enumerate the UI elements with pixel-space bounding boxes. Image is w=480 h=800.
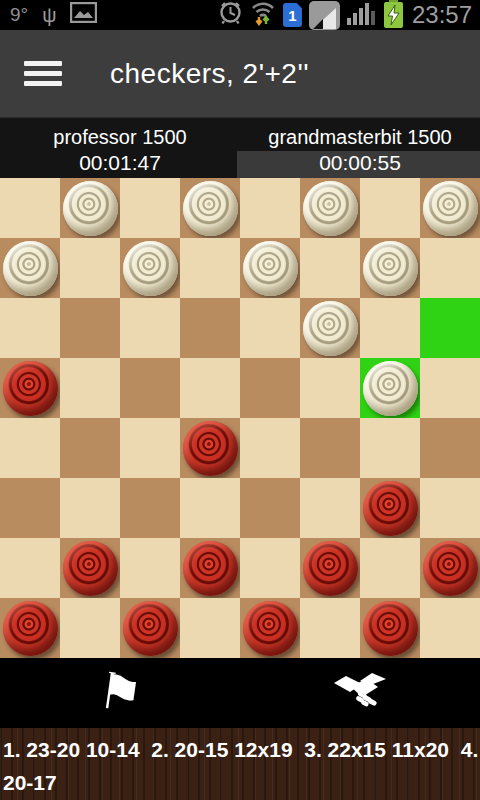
red-checker-piece[interactable] bbox=[423, 541, 478, 596]
square-r5c6[interactable] bbox=[360, 478, 420, 538]
red-checker-piece[interactable] bbox=[3, 361, 58, 416]
white-checker-piece[interactable] bbox=[303, 181, 358, 236]
signal-bars-icon bbox=[347, 1, 375, 30]
square-r5c1[interactable] bbox=[60, 478, 120, 538]
square-r5c0[interactable] bbox=[0, 478, 60, 538]
move-list-line2: 20-17 bbox=[3, 771, 57, 794]
square-r2c4[interactable] bbox=[240, 298, 300, 358]
square-r4c3[interactable] bbox=[180, 418, 240, 478]
square-r7c3[interactable] bbox=[180, 598, 240, 658]
red-checker-piece[interactable] bbox=[303, 541, 358, 596]
mobile-data-icon bbox=[309, 1, 340, 30]
square-r5c5[interactable] bbox=[300, 478, 360, 538]
gallery-icon bbox=[70, 2, 97, 28]
square-r3c6[interactable] bbox=[360, 358, 420, 418]
square-r6c4[interactable] bbox=[240, 538, 300, 598]
red-checker-piece[interactable] bbox=[183, 421, 238, 476]
white-checker-piece[interactable] bbox=[123, 241, 178, 296]
square-r2c7[interactable] bbox=[420, 298, 480, 358]
square-r5c3[interactable] bbox=[180, 478, 240, 538]
square-r0c6[interactable] bbox=[360, 178, 420, 238]
square-r5c4[interactable] bbox=[240, 478, 300, 538]
phone-screen: 9° ψ bbox=[0, 0, 480, 800]
square-r1c0[interactable] bbox=[0, 238, 60, 298]
player-right-clock: 00:00:55 bbox=[240, 149, 480, 176]
temperature-label: 9° bbox=[10, 4, 28, 26]
square-r7c2[interactable] bbox=[120, 598, 180, 658]
menu-button[interactable] bbox=[24, 61, 62, 86]
red-checker-piece[interactable] bbox=[363, 601, 418, 656]
square-r4c7[interactable] bbox=[420, 418, 480, 478]
white-checker-piece[interactable] bbox=[63, 181, 118, 236]
app-bar: checkers, 2'+2'' bbox=[0, 30, 480, 118]
square-r4c0[interactable] bbox=[0, 418, 60, 478]
square-r3c7[interactable] bbox=[420, 358, 480, 418]
square-r2c5[interactable] bbox=[300, 298, 360, 358]
square-r0c4[interactable] bbox=[240, 178, 300, 238]
square-r5c7[interactable] bbox=[420, 478, 480, 538]
square-r6c5[interactable] bbox=[300, 538, 360, 598]
square-r6c3[interactable] bbox=[180, 538, 240, 598]
square-r1c4[interactable] bbox=[240, 238, 300, 298]
board bbox=[0, 178, 480, 658]
square-r3c4[interactable] bbox=[240, 358, 300, 418]
white-checker-piece[interactable] bbox=[183, 181, 238, 236]
player-left-clock: 00:01:47 bbox=[0, 149, 240, 176]
white-checker-piece[interactable] bbox=[243, 241, 298, 296]
square-r4c6[interactable] bbox=[360, 418, 420, 478]
square-r0c3[interactable] bbox=[180, 178, 240, 238]
usb-icon: ψ bbox=[42, 5, 56, 25]
move-list[interactable]: 1. 23-20 10-14 2. 20-15 12x19 3. 22x15 1… bbox=[0, 728, 480, 800]
red-checker-piece[interactable] bbox=[123, 601, 178, 656]
square-r1c6[interactable] bbox=[360, 238, 420, 298]
alarm-clock-icon bbox=[218, 0, 243, 30]
square-r3c5[interactable] bbox=[300, 358, 360, 418]
square-r2c0[interactable] bbox=[0, 298, 60, 358]
player-left-name: professor 1500 bbox=[0, 125, 240, 149]
square-r1c7[interactable] bbox=[420, 238, 480, 298]
move-list-line1: 1. 23-20 10-14 2. 20-15 12x19 3. 22x15 1… bbox=[3, 738, 478, 761]
square-r7c4[interactable] bbox=[240, 598, 300, 658]
square-r4c1[interactable] bbox=[60, 418, 120, 478]
red-checker-piece[interactable] bbox=[183, 541, 238, 596]
handshake-icon bbox=[332, 671, 388, 715]
square-r3c3[interactable] bbox=[180, 358, 240, 418]
square-r4c4[interactable] bbox=[240, 418, 300, 478]
square-r2c2[interactable] bbox=[120, 298, 180, 358]
square-r6c0[interactable] bbox=[0, 538, 60, 598]
square-r0c2[interactable] bbox=[120, 178, 180, 238]
status-bar: 9° ψ bbox=[0, 0, 480, 30]
red-checker-piece[interactable] bbox=[3, 601, 58, 656]
square-r7c5[interactable] bbox=[300, 598, 360, 658]
square-r2c3[interactable] bbox=[180, 298, 240, 358]
white-checker-piece[interactable] bbox=[363, 241, 418, 296]
square-r2c1[interactable] bbox=[60, 298, 120, 358]
square-r7c6[interactable] bbox=[360, 598, 420, 658]
square-r6c2[interactable] bbox=[120, 538, 180, 598]
square-r7c7[interactable] bbox=[420, 598, 480, 658]
square-r1c2[interactable] bbox=[120, 238, 180, 298]
white-checker-piece[interactable] bbox=[363, 361, 418, 416]
flag-icon: ⚑ bbox=[94, 665, 145, 721]
square-r4c5[interactable] bbox=[300, 418, 360, 478]
square-r3c2[interactable] bbox=[120, 358, 180, 418]
square-r6c1[interactable] bbox=[60, 538, 120, 598]
square-r1c3[interactable] bbox=[180, 238, 240, 298]
square-r2c6[interactable] bbox=[360, 298, 420, 358]
square-r0c7[interactable] bbox=[420, 178, 480, 238]
square-r0c1[interactable] bbox=[60, 178, 120, 238]
action-bar: ⚑ bbox=[0, 658, 480, 728]
white-checker-piece[interactable] bbox=[423, 181, 478, 236]
red-checker-piece[interactable] bbox=[243, 601, 298, 656]
clock-time: 23:57 bbox=[410, 1, 476, 29]
sim-card-badge: 1 bbox=[283, 3, 302, 27]
white-checker-piece[interactable] bbox=[3, 241, 58, 296]
square-r0c0[interactable] bbox=[0, 178, 60, 238]
square-r6c7[interactable] bbox=[420, 538, 480, 598]
white-checker-piece[interactable] bbox=[303, 301, 358, 356]
square-r3c1[interactable] bbox=[60, 358, 120, 418]
square-r0c5[interactable] bbox=[300, 178, 360, 238]
square-r4c2[interactable] bbox=[120, 418, 180, 478]
square-r5c2[interactable] bbox=[120, 478, 180, 538]
app-title: checkers, 2'+2'' bbox=[110, 58, 309, 90]
square-r7c0[interactable] bbox=[0, 598, 60, 658]
square-r6c6[interactable] bbox=[360, 538, 420, 598]
red-checker-piece[interactable] bbox=[63, 541, 118, 596]
wifi-traffic-icon bbox=[250, 0, 276, 31]
battery-charging-icon bbox=[384, 2, 403, 28]
square-r3c0[interactable] bbox=[0, 358, 60, 418]
square-r7c1[interactable] bbox=[60, 598, 120, 658]
players-panel: professor 1500 00:01:47 grandmasterbit 1… bbox=[0, 118, 480, 178]
resign-button[interactable]: ⚑ bbox=[0, 658, 240, 728]
red-checker-piece[interactable] bbox=[363, 481, 418, 536]
player-right-name: grandmasterbit 1500 bbox=[240, 125, 480, 149]
square-r1c5[interactable] bbox=[300, 238, 360, 298]
offer-draw-button[interactable] bbox=[240, 658, 480, 728]
square-r1c1[interactable] bbox=[60, 238, 120, 298]
